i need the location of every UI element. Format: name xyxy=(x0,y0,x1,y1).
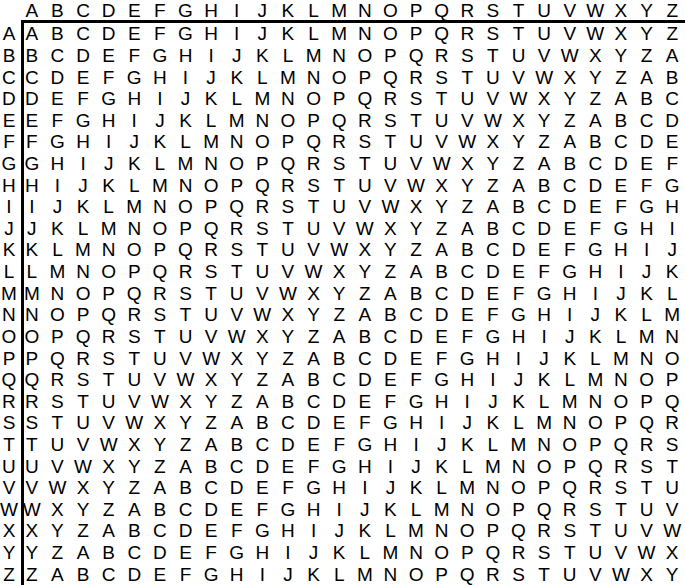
cell-F-G: L xyxy=(173,131,199,153)
cell-U-N: H xyxy=(352,455,378,477)
cell-M-A: M xyxy=(19,282,45,304)
cell-T-N: G xyxy=(352,434,378,456)
cell-G-A: G xyxy=(19,153,45,175)
cell-L-K: V xyxy=(275,261,301,283)
cell-F-K: P xyxy=(275,131,301,153)
cell-L-J: U xyxy=(250,261,276,283)
cell-O-B: P xyxy=(45,326,71,348)
cell-P-B: Q xyxy=(45,347,71,369)
cell-B-U: V xyxy=(531,45,557,67)
cell-J-B: K xyxy=(45,218,71,240)
cell-J-E: N xyxy=(121,218,147,240)
letter-grid: ABCDEFGHIJKLMNOPQRSTUVWXYZBCDEFGHIJKLMNO… xyxy=(21,20,685,585)
cell-O-A: O xyxy=(19,326,45,348)
cell-F-S: X xyxy=(480,131,506,153)
cell-C-F: H xyxy=(147,66,173,88)
cell-Z-B: A xyxy=(45,563,71,585)
cell-M-Q: C xyxy=(429,282,455,304)
cell-C-Q: S xyxy=(429,66,455,88)
column-headers-inner: ABCDEFGHIJKLMNOPQRSTUVWXYZ xyxy=(19,0,685,20)
cell-K-H: R xyxy=(198,239,224,261)
cell-Q-C: S xyxy=(70,369,96,391)
cell-C-V: X xyxy=(557,66,583,88)
cell-D-J: M xyxy=(250,88,276,110)
cell-J-C: L xyxy=(70,218,96,240)
cell-T-H: A xyxy=(198,434,224,456)
cell-M-L: X xyxy=(301,282,327,304)
cell-J-S: B xyxy=(480,218,506,240)
cell-K-N: X xyxy=(352,239,378,261)
cell-P-A: P xyxy=(19,347,45,369)
cell-A-S: S xyxy=(480,23,506,45)
cell-Z-E: D xyxy=(121,563,147,585)
cell-G-C: I xyxy=(70,153,96,175)
cell-M-I: U xyxy=(224,282,250,304)
cell-N-F: S xyxy=(147,304,173,326)
cell-U-L: F xyxy=(301,455,327,477)
cell-R-Z: Q xyxy=(659,390,685,412)
cell-X-T: Q xyxy=(506,520,532,542)
cell-T-J: C xyxy=(250,434,276,456)
cell-B-J: K xyxy=(250,45,276,67)
cell-N-K: X xyxy=(275,304,301,326)
cell-L-E: P xyxy=(121,261,147,283)
cell-E-T: X xyxy=(506,109,532,131)
cell-Z-I: H xyxy=(224,563,250,585)
cell-A-I: I xyxy=(224,23,250,45)
cell-Z-O: N xyxy=(378,563,404,585)
cell-M-Z: L xyxy=(659,282,685,304)
cell-N-B: O xyxy=(45,304,71,326)
cell-S-D: V xyxy=(96,412,122,434)
cell-W-V: R xyxy=(557,499,583,521)
cell-L-U: F xyxy=(531,261,557,283)
cell-F-N: S xyxy=(352,131,378,153)
cell-P-F: U xyxy=(147,347,173,369)
cell-Q-W: M xyxy=(583,369,609,391)
cell-G-J: P xyxy=(250,153,276,175)
cell-A-O: O xyxy=(378,23,404,45)
col-header-F: F xyxy=(147,0,173,20)
cell-Q-L: B xyxy=(301,369,327,391)
cell-N-O: B xyxy=(378,304,404,326)
cell-V-U: P xyxy=(531,477,557,499)
cell-C-B: D xyxy=(45,66,71,88)
cell-X-Z: W xyxy=(659,520,685,542)
cell-Z-P: O xyxy=(403,563,429,585)
cell-R-Q: H xyxy=(429,390,455,412)
cell-M-H: T xyxy=(198,282,224,304)
cell-I-W: E xyxy=(583,196,609,218)
cell-I-B: J xyxy=(45,196,71,218)
cell-K-O: Y xyxy=(378,239,404,261)
cell-I-E: M xyxy=(121,196,147,218)
cell-H-Q: X xyxy=(429,174,455,196)
col-header-O: O xyxy=(378,0,404,20)
cell-S-V: N xyxy=(557,412,583,434)
cell-C-D: F xyxy=(96,66,122,88)
row-headers: ABCDEFGHIJKLMNOPQRSTUVWXYZ xyxy=(0,20,21,585)
cell-L-P: A xyxy=(403,261,429,283)
cell-Q-Z: P xyxy=(659,369,685,391)
cell-L-W: H xyxy=(583,261,609,283)
cell-U-O: I xyxy=(378,455,404,477)
cell-N-Y: L xyxy=(634,304,660,326)
cell-C-Y: A xyxy=(634,66,660,88)
cell-O-U: I xyxy=(531,326,557,348)
cell-L-Z: K xyxy=(659,261,685,283)
cell-M-S: E xyxy=(480,282,506,304)
cell-A-T: T xyxy=(506,23,532,45)
cell-I-X: F xyxy=(608,196,634,218)
col-header-I: I xyxy=(224,0,250,20)
cell-L-I: T xyxy=(224,261,250,283)
cell-D-B: E xyxy=(45,88,71,110)
cell-X-K: H xyxy=(275,520,301,542)
cell-D-T: W xyxy=(506,88,532,110)
cell-K-X: H xyxy=(608,239,634,261)
cell-H-I: P xyxy=(224,174,250,196)
cell-K-P: Z xyxy=(403,239,429,261)
col-header-G: G xyxy=(173,0,199,20)
cell-Q-E: U xyxy=(121,369,147,391)
cell-R-G: X xyxy=(173,390,199,412)
cell-U-T: N xyxy=(506,455,532,477)
cell-W-F: B xyxy=(147,499,173,521)
cell-B-L: M xyxy=(301,45,327,67)
cell-C-U: W xyxy=(531,66,557,88)
cell-X-Y: V xyxy=(634,520,660,542)
col-header-S: S xyxy=(480,0,506,20)
cell-H-P: W xyxy=(403,174,429,196)
cell-P-Z: O xyxy=(659,347,685,369)
cell-P-O: D xyxy=(378,347,404,369)
cell-S-C: U xyxy=(70,412,96,434)
cell-J-O: X xyxy=(378,218,404,240)
cell-S-I: A xyxy=(224,412,250,434)
cell-W-G: C xyxy=(173,499,199,521)
cell-C-X: Z xyxy=(608,66,634,88)
cell-V-A: V xyxy=(19,477,45,499)
cell-Y-X: V xyxy=(608,542,634,564)
cell-O-S: G xyxy=(480,326,506,348)
cell-K-F: P xyxy=(147,239,173,261)
cell-M-P: B xyxy=(403,282,429,304)
cell-B-V: W xyxy=(557,45,583,67)
cell-R-J: A xyxy=(250,390,276,412)
cell-Q-F: V xyxy=(147,369,173,391)
cell-G-O: U xyxy=(378,153,404,175)
cell-T-I: B xyxy=(224,434,250,456)
cell-K-L: V xyxy=(301,239,327,261)
cell-P-S: H xyxy=(480,347,506,369)
cell-O-N: B xyxy=(352,326,378,348)
cell-V-D: Y xyxy=(96,477,122,499)
cell-E-F: J xyxy=(147,109,173,131)
cell-S-R: J xyxy=(454,412,480,434)
cell-F-C: H xyxy=(70,131,96,153)
cell-E-Z: D xyxy=(659,109,685,131)
cell-W-W: S xyxy=(583,499,609,521)
cell-E-Q: U xyxy=(429,109,455,131)
cell-B-M: N xyxy=(326,45,352,67)
cell-J-Q: Z xyxy=(429,218,455,240)
cell-A-V: V xyxy=(557,23,583,45)
cell-P-T: I xyxy=(506,347,532,369)
cell-Y-S: Q xyxy=(480,542,506,564)
cell-H-Y: F xyxy=(634,174,660,196)
cell-K-K: U xyxy=(275,239,301,261)
cell-Y-G: E xyxy=(173,542,199,564)
cell-Q-M: C xyxy=(326,369,352,391)
cell-V-G: B xyxy=(173,477,199,499)
cell-K-C: M xyxy=(70,239,96,261)
cell-S-F: X xyxy=(147,412,173,434)
cell-L-D: O xyxy=(96,261,122,283)
cell-G-H: N xyxy=(198,153,224,175)
cell-M-Y: K xyxy=(634,282,660,304)
cell-J-J: S xyxy=(250,218,276,240)
cell-F-U: Z xyxy=(531,131,557,153)
cell-Y-N: L xyxy=(352,542,378,564)
col-header-N: N xyxy=(352,0,378,20)
cell-B-P: Q xyxy=(403,45,429,67)
cell-G-X: D xyxy=(608,153,634,175)
cell-F-B: G xyxy=(45,131,71,153)
cell-Y-Y: W xyxy=(634,542,660,564)
cell-J-N: W xyxy=(352,218,378,240)
cell-Q-I: Y xyxy=(224,369,250,391)
cell-I-F: N xyxy=(147,196,173,218)
cell-H-W: D xyxy=(583,174,609,196)
cell-I-Z: H xyxy=(659,196,685,218)
cell-H-D: K xyxy=(96,174,122,196)
cell-L-F: Q xyxy=(147,261,173,283)
cell-E-K: O xyxy=(275,109,301,131)
cell-E-D: H xyxy=(96,109,122,131)
cell-Y-E: C xyxy=(121,542,147,564)
cell-R-F: W xyxy=(147,390,173,412)
cell-M-G: S xyxy=(173,282,199,304)
cell-X-U: R xyxy=(531,520,557,542)
cell-I-A: I xyxy=(19,196,45,218)
cell-W-B: X xyxy=(45,499,71,521)
cell-I-H: P xyxy=(198,196,224,218)
cell-C-H: J xyxy=(198,66,224,88)
cell-X-P: M xyxy=(403,520,429,542)
cell-Y-T: R xyxy=(506,542,532,564)
cell-N-L: Y xyxy=(301,304,327,326)
cell-C-E: G xyxy=(121,66,147,88)
cell-J-H: Q xyxy=(198,218,224,240)
cell-Q-X: N xyxy=(608,369,634,391)
cell-Z-H: G xyxy=(198,563,224,585)
cell-Y-I: G xyxy=(224,542,250,564)
cell-U-H: B xyxy=(198,455,224,477)
cell-R-E: V xyxy=(121,390,147,412)
cell-S-M: E xyxy=(326,412,352,434)
cell-P-R: G xyxy=(454,347,480,369)
cell-Z-N: M xyxy=(352,563,378,585)
cell-R-I: Z xyxy=(224,390,250,412)
cell-T-W: P xyxy=(583,434,609,456)
cell-Z-F: E xyxy=(147,563,173,585)
cell-G-L: R xyxy=(301,153,327,175)
cell-P-M: B xyxy=(326,347,352,369)
cell-T-L: E xyxy=(301,434,327,456)
cell-S-Q: I xyxy=(429,412,455,434)
cell-R-H: Y xyxy=(198,390,224,412)
cell-J-W: F xyxy=(583,218,609,240)
cell-F-W: B xyxy=(583,131,609,153)
cell-R-C: T xyxy=(70,390,96,412)
cell-T-Z: S xyxy=(659,434,685,456)
cell-F-D: I xyxy=(96,131,122,153)
cell-X-R: O xyxy=(454,520,480,542)
cell-D-U: X xyxy=(531,88,557,110)
cell-T-U: N xyxy=(531,434,557,456)
cell-S-E: W xyxy=(121,412,147,434)
cell-S-O: G xyxy=(378,412,404,434)
cell-J-T: C xyxy=(506,218,532,240)
cell-C-R: T xyxy=(454,66,480,88)
cell-I-T: B xyxy=(506,196,532,218)
cell-M-V: H xyxy=(557,282,583,304)
cell-D-X: A xyxy=(608,88,634,110)
cell-V-N: I xyxy=(352,477,378,499)
col-header-E: E xyxy=(121,0,147,20)
cell-A-Y: Y xyxy=(634,23,660,45)
cell-A-B: B xyxy=(45,23,71,45)
cell-A-K: K xyxy=(275,23,301,45)
cell-T-E: X xyxy=(121,434,147,456)
cell-F-T: Y xyxy=(506,131,532,153)
cell-H-O: V xyxy=(378,174,404,196)
cell-F-Q: V xyxy=(429,131,455,153)
cell-E-S: W xyxy=(480,109,506,131)
cell-P-I: X xyxy=(224,347,250,369)
cell-W-I: E xyxy=(224,499,250,521)
cell-I-V: D xyxy=(557,196,583,218)
cell-I-U: C xyxy=(531,196,557,218)
cell-A-G: G xyxy=(173,23,199,45)
cell-F-A: F xyxy=(19,131,45,153)
col-header-V: V xyxy=(557,0,583,20)
cell-V-S: N xyxy=(480,477,506,499)
cell-Z-C: B xyxy=(70,563,96,585)
cell-F-J: O xyxy=(250,131,276,153)
cell-K-B: L xyxy=(45,239,71,261)
cell-L-N: Y xyxy=(352,261,378,283)
cell-F-H: M xyxy=(198,131,224,153)
cell-R-A: R xyxy=(19,390,45,412)
cell-Z-A: Z xyxy=(19,563,45,585)
cell-D-L: O xyxy=(301,88,327,110)
cell-Z-K: J xyxy=(275,563,301,585)
cell-J-D: M xyxy=(96,218,122,240)
cell-G-E: K xyxy=(121,153,147,175)
cell-Z-M: L xyxy=(326,563,352,585)
cell-I-Q: Y xyxy=(429,196,455,218)
col-header-Y: Y xyxy=(634,0,660,20)
col-header-W: W xyxy=(583,0,609,20)
cell-J-K: T xyxy=(275,218,301,240)
cell-E-A: E xyxy=(19,109,45,131)
cell-S-X: P xyxy=(608,412,634,434)
cell-X-I: F xyxy=(224,520,250,542)
cell-R-X: O xyxy=(608,390,634,412)
cell-Z-Y: X xyxy=(634,563,660,585)
corner-spacer xyxy=(0,0,21,20)
cell-Z-Z: Y xyxy=(659,563,685,585)
cell-Y-M: K xyxy=(326,542,352,564)
cell-B-Q: R xyxy=(429,45,455,67)
cell-B-F: G xyxy=(147,45,173,67)
cell-L-B: M xyxy=(45,261,71,283)
cell-W-R: N xyxy=(454,499,480,521)
cell-W-D: Z xyxy=(96,499,122,521)
cell-Y-U: S xyxy=(531,542,557,564)
cell-O-Y: M xyxy=(634,326,660,348)
cell-Q-A: Q xyxy=(19,369,45,391)
cell-L-X: I xyxy=(608,261,634,283)
cell-W-Y: U xyxy=(634,499,660,521)
cell-W-P: L xyxy=(403,499,429,521)
cell-N-N: A xyxy=(352,304,378,326)
cell-T-K: D xyxy=(275,434,301,456)
cell-U-A: U xyxy=(19,455,45,477)
cell-W-T: P xyxy=(506,499,532,521)
cell-I-K: S xyxy=(275,196,301,218)
cell-M-D: P xyxy=(96,282,122,304)
cell-A-Q: Q xyxy=(429,23,455,45)
cell-J-Z: I xyxy=(659,218,685,240)
cell-P-K: Z xyxy=(275,347,301,369)
cell-V-Z: U xyxy=(659,477,685,499)
cell-O-W: K xyxy=(583,326,609,348)
cell-Q-P: F xyxy=(403,369,429,391)
cell-Q-Y: O xyxy=(634,369,660,391)
cell-D-W: Z xyxy=(583,88,609,110)
col-header-M: M xyxy=(326,0,352,20)
cell-T-F: Y xyxy=(147,434,173,456)
cell-S-L: D xyxy=(301,412,327,434)
cell-P-V: K xyxy=(557,347,583,369)
cell-E-O: S xyxy=(378,109,404,131)
cell-F-X: C xyxy=(608,131,634,153)
cell-P-X: M xyxy=(608,347,634,369)
cell-Y-L: J xyxy=(301,542,327,564)
cell-Q-J: Z xyxy=(250,369,276,391)
cell-D-Z: C xyxy=(659,88,685,110)
cell-B-C: D xyxy=(70,45,96,67)
col-header-Z: Z xyxy=(659,0,685,20)
cell-Z-R: Q xyxy=(454,563,480,585)
cell-I-S: A xyxy=(480,196,506,218)
col-header-R: R xyxy=(454,0,480,20)
cell-U-R: L xyxy=(454,455,480,477)
cell-E-U: Y xyxy=(531,109,557,131)
cell-Y-P: N xyxy=(403,542,429,564)
cell-K-R: B xyxy=(454,239,480,261)
cell-A-F: F xyxy=(147,23,173,45)
cell-P-Q: F xyxy=(429,347,455,369)
cell-J-X: G xyxy=(608,218,634,240)
cell-P-G: V xyxy=(173,347,199,369)
cell-E-N: R xyxy=(352,109,378,131)
cell-C-A: C xyxy=(19,66,45,88)
cell-V-P: K xyxy=(403,477,429,499)
